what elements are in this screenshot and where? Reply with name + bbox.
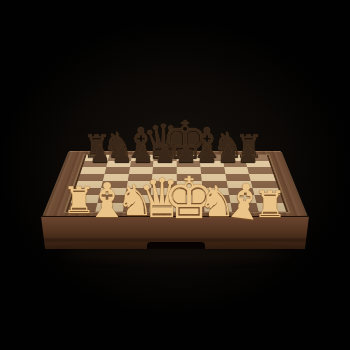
piece-black-queen-d8: ♛: [140, 118, 187, 165]
piece-black-rook-a8: ♜: [82, 131, 113, 162]
piece-black-bishop-f8: ♝: [187, 123, 228, 164]
piece-black-pawn-d7: ♟: [153, 142, 177, 166]
piece-black-pawn-a7: ♟: [88, 142, 112, 166]
piece-white-bishop-b1: ♝: [83, 176, 131, 224]
piece-white-knight-f1: ♞: [196, 181, 238, 223]
piece-black-pawn-h7: ♟: [236, 142, 260, 166]
piece-black-rook-h8: ♜: [234, 131, 265, 162]
piece-white-bishop-g1: ♝: [218, 174, 271, 227]
piece-white-queen-d1: ♛: [135, 172, 189, 226]
piece-white-rook-h1: ♜: [252, 186, 289, 223]
piece-black-pawn-e7: ♟: [174, 142, 198, 166]
piece-black-pawn-b7: ♟: [110, 142, 134, 166]
piece-black-king-e8: ♚: [159, 114, 211, 166]
pieces-layer: ♜♞♝♛♚♝♞♜♟♟♟♟♟♟♟♟♜♝♞♛♚♞♝♜: [0, 0, 350, 350]
piece-white-knight-c1: ♞: [114, 180, 156, 222]
piece-black-pawn-f7: ♟: [195, 142, 219, 166]
piece-black-pawn-c7: ♟: [131, 142, 155, 166]
piece-white-king-e1: ♚: [160, 169, 218, 227]
scene: ♜♞♝♛♚♝♞♜♟♟♟♟♟♟♟♟♜♝♞♛♚♞♝♜: [0, 0, 350, 350]
piece-black-pawn-g7: ♟: [216, 142, 240, 166]
piece-white-rook-a1: ♜: [61, 182, 98, 219]
piece-black-bishop-c8: ♝: [121, 123, 162, 164]
piece-black-knight-b8: ♞: [101, 128, 136, 163]
chess-set-product-photo: ♜♞♝♛♚♝♞♜♟♟♟♟♟♟♟♟♜♝♞♛♚♞♝♜: [0, 0, 350, 350]
piece-black-knight-g8: ♞: [211, 128, 246, 163]
